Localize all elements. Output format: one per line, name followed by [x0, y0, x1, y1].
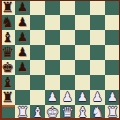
square-b6[interactable]: ♟ [15, 30, 30, 45]
square-a4[interactable]: ♚ [0, 60, 15, 75]
black-pawn-piece[interactable]: ♟ [17, 30, 28, 45]
chess-app-window: ♜♟♞♟♝♟♛♟♚♟♝♜♟♟♟♟♟♜♝♚♛♝♞♜ [0, 0, 120, 120]
white-rook-piece[interactable]: ♜ [106, 105, 119, 120]
white-queen-piece[interactable]: ♛ [61, 105, 74, 120]
square-g5[interactable] [90, 45, 105, 60]
square-h8[interactable] [105, 0, 120, 15]
square-b3[interactable] [15, 75, 30, 90]
square-g2[interactable]: ♟ [90, 90, 105, 105]
square-g4[interactable] [90, 60, 105, 75]
square-d4[interactable] [45, 60, 60, 75]
white-pawn-piece[interactable]: ♟ [77, 90, 88, 105]
square-c3[interactable] [30, 75, 45, 90]
square-h6[interactable] [105, 30, 120, 45]
square-a6[interactable]: ♝ [0, 30, 15, 45]
square-f4[interactable] [75, 60, 90, 75]
black-bishop-piece[interactable]: ♝ [1, 30, 14, 45]
square-e5[interactable] [60, 45, 75, 60]
square-b1[interactable]: ♜ [15, 105, 30, 120]
square-f5[interactable] [75, 45, 90, 60]
square-g6[interactable] [90, 30, 105, 45]
square-g3[interactable] [90, 75, 105, 90]
black-queen-piece[interactable]: ♛ [1, 45, 14, 60]
square-e7[interactable] [60, 15, 75, 30]
square-c7[interactable] [30, 15, 45, 30]
square-b7[interactable]: ♟ [15, 15, 30, 30]
white-king-piece[interactable]: ♚ [46, 105, 59, 120]
square-h3[interactable] [105, 75, 120, 90]
square-d6[interactable] [45, 30, 60, 45]
square-e8[interactable] [60, 0, 75, 15]
white-rook-piece[interactable]: ♜ [16, 105, 29, 120]
square-c4[interactable] [30, 60, 45, 75]
square-b8[interactable]: ♟ [15, 0, 30, 15]
black-pawn-piece[interactable]: ♟ [17, 15, 28, 30]
black-bishop-piece[interactable]: ♝ [1, 75, 14, 90]
white-pawn-piece[interactable]: ♟ [47, 90, 58, 105]
square-e6[interactable] [60, 30, 75, 45]
square-d5[interactable] [45, 45, 60, 60]
white-pawn-piece[interactable]: ♟ [107, 90, 118, 105]
square-d2[interactable]: ♟ [45, 90, 60, 105]
square-c1[interactable]: ♝ [30, 105, 45, 120]
square-a3[interactable]: ♝ [0, 75, 15, 90]
black-king-piece[interactable]: ♚ [1, 60, 14, 75]
square-c6[interactable] [30, 30, 45, 45]
square-h2[interactable]: ♟ [105, 90, 120, 105]
square-f2[interactable]: ♟ [75, 90, 90, 105]
square-g8[interactable] [90, 0, 105, 15]
square-c8[interactable] [30, 0, 45, 15]
square-d7[interactable] [45, 15, 60, 30]
square-h5[interactable] [105, 45, 120, 60]
square-f6[interactable] [75, 30, 90, 45]
square-e4[interactable] [60, 60, 75, 75]
square-a7[interactable]: ♞ [0, 15, 15, 30]
black-knight-piece[interactable]: ♞ [1, 15, 14, 30]
square-h7[interactable] [105, 15, 120, 30]
square-c2[interactable] [30, 90, 45, 105]
square-f1[interactable]: ♝ [75, 105, 90, 120]
square-d3[interactable] [45, 75, 60, 90]
square-h1[interactable]: ♜ [105, 105, 120, 120]
square-a2[interactable]: ♜ [0, 90, 15, 105]
square-b4[interactable]: ♟ [15, 60, 30, 75]
square-d1[interactable]: ♚ [45, 105, 60, 120]
black-rook-piece[interactable]: ♜ [1, 0, 14, 15]
square-g7[interactable] [90, 15, 105, 30]
square-f7[interactable] [75, 15, 90, 30]
square-f3[interactable] [75, 75, 90, 90]
square-e2[interactable]: ♟ [60, 90, 75, 105]
white-pawn-piece[interactable]: ♟ [92, 90, 103, 105]
white-bishop-piece[interactable]: ♝ [31, 105, 44, 120]
black-pawn-piece[interactable]: ♟ [17, 0, 28, 15]
white-knight-piece[interactable]: ♞ [91, 105, 104, 120]
square-a8[interactable]: ♜ [0, 0, 15, 15]
square-a1[interactable] [0, 105, 15, 120]
square-g1[interactable]: ♞ [90, 105, 105, 120]
black-pawn-piece[interactable]: ♟ [17, 60, 28, 75]
square-b5[interactable]: ♟ [15, 45, 30, 60]
square-d8[interactable] [45, 0, 60, 15]
chess-board: ♜♟♞♟♝♟♛♟♚♟♝♜♟♟♟♟♟♜♝♚♛♝♞♜ [0, 0, 120, 120]
square-e1[interactable]: ♛ [60, 105, 75, 120]
square-h4[interactable] [105, 60, 120, 75]
black-pawn-piece[interactable]: ♟ [17, 45, 28, 60]
square-c5[interactable] [30, 45, 45, 60]
black-rook-piece[interactable]: ♜ [1, 90, 14, 105]
square-e3[interactable] [60, 75, 75, 90]
square-b2[interactable] [15, 90, 30, 105]
white-pawn-piece[interactable]: ♟ [62, 90, 73, 105]
white-bishop-piece[interactable]: ♝ [76, 105, 89, 120]
square-a5[interactable]: ♛ [0, 45, 15, 60]
square-f8[interactable] [75, 0, 90, 15]
